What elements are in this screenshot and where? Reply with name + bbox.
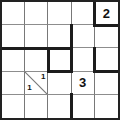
cell-r1c2[interactable] — [25, 2, 48, 25]
cell-r5c2[interactable] — [25, 95, 48, 118]
cell-r2c2[interactable] — [25, 25, 48, 48]
cell-r3c2[interactable] — [25, 48, 48, 71]
cell-r4c5[interactable] — [95, 72, 118, 95]
given-digit: 2 — [103, 7, 110, 20]
cell-r5c4[interactable] — [72, 95, 95, 118]
cell-r1c3[interactable] — [48, 2, 71, 25]
cell-r2c3[interactable] — [48, 25, 71, 48]
cell-r3c4[interactable] — [72, 48, 95, 71]
bold-wall-h-row3 — [93, 70, 118, 73]
bold-wall-h-row1 — [93, 24, 118, 27]
puzzle-board: 2113 — [0, 0, 120, 120]
cell-r3c1[interactable] — [2, 48, 25, 71]
bold-wall-h-row3 — [47, 70, 73, 73]
clue-down-left: 1 — [27, 84, 31, 92]
cell-r3c3[interactable] — [48, 48, 71, 71]
bold-wall-v-col3 — [70, 93, 73, 118]
cell-r5c5[interactable] — [95, 95, 118, 118]
bold-wall-h-row2 — [2, 47, 73, 50]
cell-r5c1[interactable] — [2, 95, 25, 118]
given-digit: 3 — [79, 76, 86, 89]
cell-r4c1[interactable] — [2, 72, 25, 95]
clue-up-right: 1 — [41, 73, 45, 81]
cell-r2c4[interactable] — [72, 25, 95, 48]
cell-r4c4: 3 — [72, 72, 95, 95]
cell-r1c1[interactable] — [2, 2, 25, 25]
puzzle-grid: 2113 — [2, 2, 118, 118]
cell-r1c5: 2 — [95, 2, 118, 25]
cell-r4c3[interactable] — [48, 72, 71, 95]
cell-r5c3[interactable] — [48, 95, 71, 118]
cell-r3c5[interactable] — [95, 48, 118, 71]
cell-r2c1[interactable] — [2, 25, 25, 48]
cell-r2c5[interactable] — [95, 25, 118, 48]
cell-r1c4[interactable] — [72, 2, 95, 25]
cell-r4c2: 11 — [25, 72, 48, 95]
